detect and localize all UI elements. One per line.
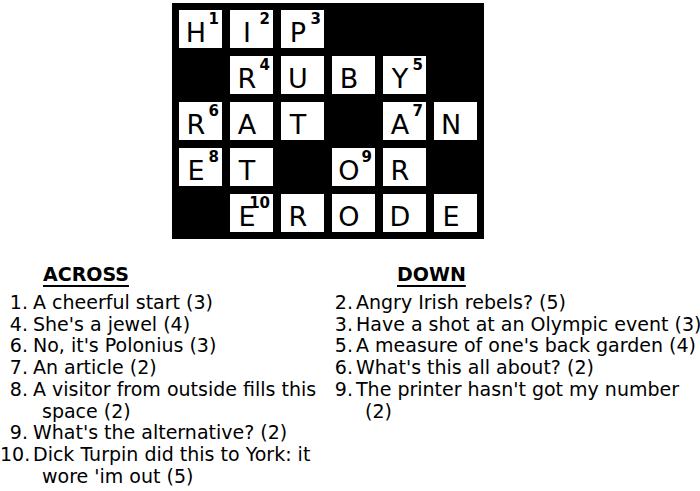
cell-letter: D xyxy=(390,196,420,230)
clue-number: 7. xyxy=(0,357,28,379)
clue-item: 3.Have a shot at an Olympic event (3) xyxy=(334,314,700,336)
clue-text: A measure of one's back garden (4) xyxy=(356,335,700,357)
cell-r4c1[interactable]: 8E xyxy=(179,148,222,186)
crossword-grid: 1H2I3P4RUB5Y6RAT7AN8ET9OR10ERODE xyxy=(172,3,484,239)
clue-text: A cheerful start (3) xyxy=(33,292,333,314)
down-heading: DOWN xyxy=(397,262,466,286)
clue-item: 6.What's this all about? (2) xyxy=(334,357,700,379)
black-cell xyxy=(179,56,222,94)
clue-text: She's a jewel (4) xyxy=(33,314,333,336)
cell-number: 2 xyxy=(260,11,270,28)
cell-letter: I xyxy=(243,12,260,46)
cell-number: 8 xyxy=(209,149,219,166)
clue-text: The printer hasn't got my number (2) xyxy=(356,379,700,422)
clue-item: 2.Angry Irish rebels? (5) xyxy=(334,292,700,314)
cell-r5c4[interactable]: O xyxy=(332,194,375,232)
clue-number: 3. xyxy=(334,314,353,336)
black-cell xyxy=(434,148,477,186)
across-clue-list: 1.A cheerful start (3)4.She's a jewel (4… xyxy=(0,292,333,487)
cell-letter: B xyxy=(340,58,368,92)
cell-r3c6[interactable]: N xyxy=(434,102,477,140)
cell-r2c4[interactable]: B xyxy=(332,56,375,94)
clue-number: 1. xyxy=(0,292,28,314)
clue-item: 10.Dick Turpin did this to York: it wore… xyxy=(0,444,333,487)
black-cell xyxy=(179,194,222,232)
clue-item: 1.A cheerful start (3) xyxy=(0,292,333,314)
cell-letter: T xyxy=(290,104,316,138)
clue-item: 9.What's the alternative? (2) xyxy=(0,422,333,444)
clue-number: 2. xyxy=(334,292,353,314)
cell-letter: E xyxy=(442,196,468,230)
across-heading: ACROSS xyxy=(43,262,129,286)
cell-r5c3[interactable]: R xyxy=(281,194,324,232)
clue-item: 5.A measure of one's back garden (4) xyxy=(334,335,700,357)
cell-r3c1[interactable]: 6R xyxy=(179,102,222,140)
cell-number: 3 xyxy=(311,11,321,28)
cell-letter: A xyxy=(238,104,265,138)
clue-item: 9.The printer hasn't got my number (2) xyxy=(334,379,700,422)
clue-number: 5. xyxy=(334,335,353,357)
cell-letter: R xyxy=(289,196,317,230)
cell-letter: T xyxy=(239,150,265,184)
clue-text: Angry Irish rebels? (5) xyxy=(356,292,700,314)
clue-number: 9. xyxy=(0,422,28,444)
cell-letter: O xyxy=(338,196,368,230)
clue-text: Have a shot at an Olympic event (3) xyxy=(356,314,700,336)
black-cell xyxy=(383,10,426,48)
cell-r4c5[interactable]: R xyxy=(383,148,426,186)
clue-number: 10. xyxy=(0,444,28,466)
cell-number: 7 xyxy=(413,103,423,120)
clue-text: A visitor from outside fills this space … xyxy=(33,379,333,422)
cell-number: 9 xyxy=(362,149,372,166)
cell-letter: U xyxy=(288,58,317,92)
clue-number: 6. xyxy=(0,335,28,357)
clue-item: 6.No, it's Polonius (3) xyxy=(0,335,333,357)
cell-number: 10 xyxy=(249,195,270,212)
cell-r3c2[interactable]: A xyxy=(230,102,273,140)
clue-item: 4.She's a jewel (4) xyxy=(0,314,333,336)
down-section: DOWN 2.Angry Irish rebels? (5)3.Have a s… xyxy=(334,262,700,422)
clue-number: 4. xyxy=(0,314,28,336)
cell-r3c5[interactable]: 7A xyxy=(383,102,426,140)
clue-item: 7.An article (2) xyxy=(0,357,333,379)
black-cell xyxy=(281,148,324,186)
black-cell xyxy=(332,102,375,140)
cell-r4c4[interactable]: 9O xyxy=(332,148,375,186)
clue-number: 8. xyxy=(0,379,28,401)
cell-letter: N xyxy=(441,104,470,138)
cell-r5c5[interactable]: D xyxy=(383,194,426,232)
down-clue-list: 2.Angry Irish rebels? (5)3.Have a shot a… xyxy=(334,292,700,422)
clue-number: 9. xyxy=(334,379,353,401)
cell-r1c3[interactable]: 3P xyxy=(281,10,324,48)
cell-number: 1 xyxy=(209,11,219,28)
clue-item: 8.A visitor from outside fills this spac… xyxy=(0,379,333,422)
black-cell xyxy=(434,10,477,48)
cell-r1c2[interactable]: 2I xyxy=(230,10,273,48)
cell-r2c2[interactable]: 4R xyxy=(230,56,273,94)
cell-r4c2[interactable]: T xyxy=(230,148,273,186)
clue-text: Dick Turpin did this to York: it wore 'i… xyxy=(33,444,333,487)
clue-number: 6. xyxy=(334,357,353,379)
cell-letter: R xyxy=(391,150,419,184)
cell-r5c2[interactable]: 10E xyxy=(230,194,273,232)
black-cell xyxy=(434,56,477,94)
clue-text: What's the alternative? (2) xyxy=(33,422,333,444)
cell-r2c3[interactable]: U xyxy=(281,56,324,94)
clue-text: No, it's Polonius (3) xyxy=(33,335,333,357)
cell-number: 5 xyxy=(413,57,423,74)
clue-text: An article (2) xyxy=(33,357,333,379)
clue-text: What's this all about? (2) xyxy=(356,357,700,379)
cell-r3c3[interactable]: T xyxy=(281,102,324,140)
cell-r5c6[interactable]: E xyxy=(434,194,477,232)
cell-r2c5[interactable]: 5Y xyxy=(383,56,426,94)
cell-number: 4 xyxy=(260,57,270,74)
cell-number: 6 xyxy=(209,103,219,120)
cell-r1c1[interactable]: 1H xyxy=(179,10,222,48)
across-section: ACROSS 1.A cheerful start (3)4.She's a j… xyxy=(0,262,333,487)
black-cell xyxy=(332,10,375,48)
